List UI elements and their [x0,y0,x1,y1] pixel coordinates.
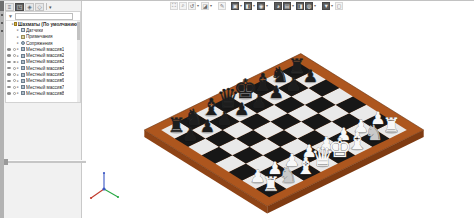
tree-item-label: Шахматы (По умолчанию<Состояние отображе… [18,22,80,27]
filter-graphics-icon[interactable]: ▼ [322,2,330,10]
filter-graphics-icon-dropdown[interactable]: ▾ [331,3,333,8]
display-state-icon[interactable] [13,73,16,76]
strip-dot-icon [1,22,3,24]
tree-item-label: Сопряжения [26,41,53,46]
display-style-icon-dropdown[interactable]: ▾ [253,3,255,8]
feature-manager-tabs: ≡◳◈◇▾ [5,2,52,11]
eye-icon[interactable] [7,86,11,89]
tree-item[interactable]: ▸Местный массив8 [6,90,80,96]
eye-icon[interactable] [7,54,11,57]
camera-icon[interactable]: ◍ [305,2,313,10]
tree-item-label: Местный массив3 [26,59,64,64]
component-icon [21,66,25,70]
visibility-slot [6,86,17,89]
feature-manager-panel: ≡◳◈◇▾ ▼ ▸Шахматы (По умолчанию<Состояние… [4,0,82,218]
apply-scene-icon-dropdown[interactable]: ▾ [292,3,294,8]
triad-x-axis-tip [90,197,92,199]
display-state-icon[interactable] [13,92,16,95]
black-pawn[interactable]: ♟ [200,116,215,136]
collapsed-taskpane-strip[interactable] [0,0,4,218]
display-state-icon[interactable] [13,54,16,57]
tree-item[interactable]: ▸Шахматы (По умолчанию<Состояние отображ… [6,21,80,27]
tree-item-label: Примечания [26,34,53,39]
hide-show-items-icon-dropdown[interactable]: ▾ [266,3,268,8]
black-pawn[interactable]: ♟ [182,124,197,144]
visibility-slot [6,73,17,76]
visibility-slot [6,61,17,64]
options-icon[interactable]: ◻ [335,2,343,10]
triad-z-axis-tip [103,172,105,174]
eye-icon[interactable] [7,80,11,83]
component-icon [21,79,25,83]
zoom-area-icon[interactable]: ⌕ [179,2,187,10]
tree-item-label: Местный массив6 [26,78,64,83]
display-state-icon[interactable] [13,79,16,82]
heads-up-view-toolbar: ⛶⌕↺▾◪▾✎▣▾◧▾◉▾◕▤▾◨◍▾▼▾◻ [170,1,344,10]
edit-appearance-icon[interactable]: ◕ [274,2,282,10]
white-knight[interactable]: ♞ [365,121,384,145]
eye-icon[interactable] [7,92,11,95]
display-style-icon[interactable]: ◧ [244,2,252,10]
eye-icon[interactable] [7,61,11,64]
view-orientation-icon-dropdown[interactable]: ▾ [240,3,242,8]
triad-x-axis [91,189,104,198]
view-orientation-icon[interactable]: ▣ [231,2,239,10]
white-bishop[interactable]: ♝ [295,153,316,179]
camera-icon-dropdown[interactable]: ▾ [314,3,316,8]
tree-item-label: Местный массив1 [26,47,64,52]
display-state-icon[interactable] [13,67,16,70]
component-icon [21,47,25,51]
triad-y-axis [104,189,118,197]
tree-item-label: Датчики [26,28,43,33]
tree-item-label: Местный массив2 [26,53,64,58]
tree-item-label: Местный массив8 [26,91,64,96]
triad-y-axis-tip [117,196,119,198]
tree-item-label: Местный массив5 [26,72,64,77]
white-knight[interactable]: ♞ [279,163,298,187]
app-window: ≡◳◈◇▾ ▼ ▸Шахматы (По умолчанию<Состояние… [0,0,474,218]
tab-properties[interactable]: ◳ [15,3,24,11]
splitter-handle[interactable] [4,159,8,165]
component-icon [21,85,25,89]
display-state-icon[interactable] [13,61,16,64]
strip-dot-icon [1,30,3,32]
visibility-slot [6,67,17,70]
tree-item-label: Местный массив4 [26,66,64,71]
zoom-fit-icon[interactable]: ⛶ [170,2,178,10]
tree-filter-row: ▼ [6,12,80,21]
tab-features[interactable]: ≡ [5,3,14,11]
section-view-icon-dropdown[interactable]: ▾ [210,3,212,8]
eye-icon[interactable] [7,48,11,51]
tabs-dropdown-icon[interactable]: ▾ [49,4,52,10]
tab-separator [46,3,47,10]
white-rook[interactable]: ♜ [382,113,400,137]
component-icon [21,54,25,58]
hide-show-items-icon[interactable]: ◉ [257,2,265,10]
white-rook[interactable]: ♜ [262,172,280,196]
apply-scene-icon[interactable]: ▤ [283,2,291,10]
black-pawn[interactable]: ♟ [217,108,232,128]
view-settings-icon[interactable]: ◨ [296,2,304,10]
tree-scrollbar[interactable] [77,21,80,103]
component-icon [21,60,25,64]
tab-dimxpert[interactable]: ◇ [35,3,44,11]
annotation-icon[interactable]: ✎ [218,2,226,10]
black-pawn[interactable]: ♟ [286,74,301,94]
black-pawn[interactable]: ♟ [268,82,283,102]
component-icon [21,73,25,77]
black-pawn[interactable]: ♟ [251,91,266,111]
window-top-edge [0,0,474,1]
triad-origin [102,187,105,190]
tree-filter-input[interactable] [15,13,73,20]
visibility-slot [6,92,17,95]
display-state-icon[interactable] [13,48,16,51]
assembly-icon [14,22,17,26]
strip-dot-icon [1,14,3,16]
visibility-slot [6,54,17,57]
tab-configurations[interactable]: ◈ [25,3,34,11]
component-icon [21,91,25,95]
sensors-icon [21,28,25,32]
visibility-slot [6,79,17,82]
tree-scrollbar-thumb[interactable] [77,22,80,40]
tree-item-label: Местный массив7 [26,85,64,90]
black-pawn[interactable]: ♟ [234,99,249,119]
feature-tree: ▼ ▸Шахматы (По умолчанию<Состояние отобр… [5,11,81,103]
black-pawn[interactable]: ♟ [303,66,318,86]
strip-cap [0,0,4,11]
previous-view-icon[interactable]: ↺ [188,2,196,10]
previous-view-icon-dropdown[interactable]: ▾ [197,3,199,8]
filter-funnel-icon: ▼ [8,13,13,19]
visibility-slot [6,48,17,51]
annotations-icon [21,35,25,39]
panel-splitter[interactable] [4,160,86,163]
eye-icon[interactable] [7,73,11,76]
section-view-icon[interactable]: ◪ [201,2,209,10]
display-state-icon[interactable] [13,86,16,89]
mates-icon [21,41,25,45]
eye-icon[interactable] [7,67,11,70]
